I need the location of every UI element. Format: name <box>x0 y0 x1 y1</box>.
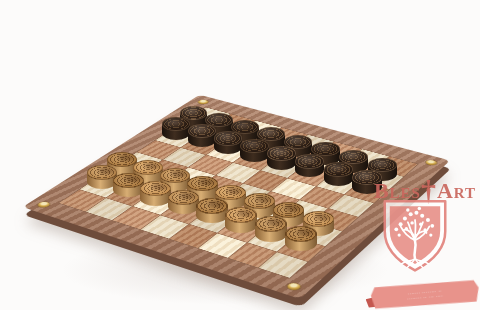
piece-top <box>267 146 296 160</box>
ribbon-text-line1: ······· ········ ·· <box>407 288 442 296</box>
brass-screw-icon <box>424 159 438 166</box>
dark-piece[interactable] <box>214 131 242 154</box>
light-piece[interactable] <box>168 190 199 215</box>
light-piece[interactable] <box>255 216 287 241</box>
dark-piece[interactable] <box>188 124 216 147</box>
dark-piece[interactable] <box>295 154 324 177</box>
piece-top <box>196 198 227 214</box>
brass-screw-icon <box>36 201 52 209</box>
piece-top <box>113 173 144 188</box>
piece-top <box>273 202 304 218</box>
piece-top <box>225 207 257 223</box>
piece-top <box>214 131 242 145</box>
dark-piece[interactable] <box>162 117 190 139</box>
piece-top <box>285 226 317 242</box>
dark-piece[interactable] <box>240 139 269 162</box>
light-piece[interactable] <box>285 226 317 252</box>
piece-top <box>295 154 324 169</box>
dark-piece[interactable] <box>352 170 381 194</box>
ribbon-text-line2: ········ ·· ··· ···· <box>407 293 443 301</box>
piece-top <box>352 170 381 185</box>
light-piece[interactable] <box>113 173 144 198</box>
piece-top <box>324 162 353 177</box>
piece-top <box>168 190 199 206</box>
brass-screw-icon <box>196 99 210 105</box>
brand-text-right: Art <box>437 178 476 203</box>
piece-top <box>303 211 334 227</box>
dark-piece[interactable] <box>267 146 296 169</box>
brass-screw-icon <box>285 282 302 291</box>
light-piece[interactable] <box>225 207 257 232</box>
dark-piece[interactable] <box>324 162 353 185</box>
light-piece[interactable] <box>196 198 227 223</box>
product-photo-stage: Bles†Art <box>0 0 480 310</box>
light-piece[interactable] <box>140 181 171 206</box>
olive-tree-icon <box>401 220 430 268</box>
